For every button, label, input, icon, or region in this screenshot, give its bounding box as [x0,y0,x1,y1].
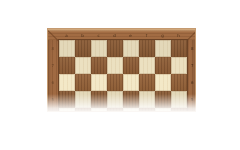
square-f6 [139,74,155,91]
square-d8 [107,40,123,57]
square-e7 [123,57,139,74]
square-d7 [107,57,123,74]
square-h7 [171,57,187,74]
rank-label-right-7: 7 [188,57,197,74]
square-c7 [91,57,107,74]
square-d6 [107,74,123,91]
photo-background: abcdefgh 8765 8765 [0,0,240,150]
square-c6 [91,74,107,91]
square-b6 [75,74,91,91]
square-g8 [155,40,171,57]
square-a6 [59,74,75,91]
square-a8 [59,40,75,57]
rank-label-left-6: 6 [48,74,58,91]
photo-bottom-fade [38,94,208,120]
square-e8 [123,40,139,57]
rank-label-right-8: 8 [188,40,197,57]
square-c8 [91,40,107,57]
square-g6 [155,74,171,91]
square-b7 [75,57,91,74]
square-f7 [139,57,155,74]
square-a7 [59,57,75,74]
square-f8 [139,40,155,57]
square-g7 [155,57,171,74]
rank-label-left-7: 7 [48,57,58,74]
square-h8 [171,40,187,57]
square-e6 [123,74,139,91]
rank-label-left-8: 8 [48,40,58,57]
square-b8 [75,40,91,57]
rank-label-right-6: 6 [188,74,197,91]
square-h6 [171,74,187,91]
